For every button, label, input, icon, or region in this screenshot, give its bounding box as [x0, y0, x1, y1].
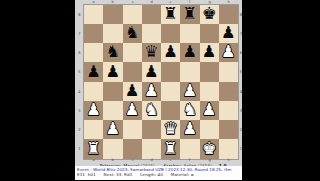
- piece-white-pawn: ♟: [202, 102, 217, 119]
- square-f2: ♟: [180, 120, 199, 139]
- square-h7: ♟: [219, 24, 238, 43]
- square-c6: [123, 43, 142, 62]
- chess-board: ♜♜♚♞♟♞♛♟♟♟♟♟♟♟♟♟♟♟♟♞♞♟♟♛♟♜♜♚: [84, 5, 238, 159]
- rank-label-2: 2: [77, 125, 81, 134]
- rank-label-6: 6: [77, 48, 81, 57]
- file-label-e: e: [166, 1, 175, 3]
- rank-label-7: 7: [240, 29, 242, 38]
- piece-black-queen: ♛: [144, 44, 159, 61]
- square-d7: [142, 24, 161, 43]
- file-label-b: b: [109, 1, 118, 3]
- piece-black-pawn: ♟: [144, 64, 159, 81]
- square-a8: [84, 5, 103, 24]
- piece-black-pawn: ♟: [125, 83, 140, 100]
- video-frame: abcdefgh 87654321 87654321 ♜♜♚♞♟♞♛♟♟♟♟♟♟…: [0, 0, 320, 180]
- piece-black-king: ♚: [202, 6, 217, 23]
- rank-label-8: 8: [240, 10, 242, 19]
- piece-black-pawn: ♟: [182, 44, 197, 61]
- piece-white-pawn: ♟: [221, 44, 236, 61]
- piece-white-pawn: ♟: [125, 102, 140, 119]
- file-label-g: g: [205, 1, 214, 3]
- square-d3: ♞: [142, 101, 161, 120]
- square-f6: ♟: [180, 43, 199, 62]
- file-label-c: c: [128, 1, 137, 3]
- square-e6: ♟: [161, 43, 180, 62]
- square-a6: [84, 43, 103, 62]
- rank-label-2: 2: [240, 125, 242, 134]
- piece-black-pawn: ♟: [105, 64, 120, 81]
- square-h6: ♟: [219, 43, 238, 62]
- square-f1: [180, 139, 199, 158]
- square-e4: [161, 82, 180, 101]
- square-g5: [200, 62, 219, 81]
- square-e1: ♜: [161, 139, 180, 158]
- square-h4: [219, 82, 238, 101]
- square-f3: ♞: [180, 101, 199, 120]
- rank-labels-right: 87654321: [239, 5, 243, 159]
- letterbox-right: [242, 0, 320, 180]
- rank-label-7: 7: [77, 29, 81, 38]
- square-c4: ♟: [123, 82, 142, 101]
- square-b8: [103, 5, 122, 24]
- piece-white-pawn: ♟: [182, 83, 197, 100]
- square-e3: [161, 101, 180, 120]
- rank-label-5: 5: [77, 68, 81, 77]
- square-e7: [161, 24, 180, 43]
- square-f4: ♟: [180, 82, 199, 101]
- square-h2: [219, 120, 238, 139]
- piece-black-knight: ♞: [105, 44, 120, 61]
- rank-labels-left: 87654321: [75, 5, 84, 159]
- rank-label-5: 5: [240, 68, 242, 77]
- info-line: E11 h01 Next: 33. Rd1 Length: 40 Materia…: [77, 172, 242, 177]
- square-g6: ♟: [200, 43, 219, 62]
- square-h1: [219, 139, 238, 158]
- square-d4: ♟: [142, 82, 161, 101]
- rank-label-1: 1: [77, 145, 81, 154]
- square-c1: [123, 139, 142, 158]
- square-c5: [123, 62, 142, 81]
- rank-label-3: 3: [240, 106, 242, 115]
- square-g7: [200, 24, 219, 43]
- square-d8: [142, 5, 161, 24]
- rank-label-3: 3: [77, 106, 81, 115]
- piece-white-knight: ♞: [144, 102, 159, 119]
- square-a1: ♜: [84, 139, 103, 158]
- square-a5: ♟: [84, 62, 103, 81]
- piece-white-pawn: ♟: [182, 121, 197, 138]
- square-e5: [161, 62, 180, 81]
- rank-label-4: 4: [77, 87, 81, 96]
- square-d2: [142, 120, 161, 139]
- square-c8: [123, 5, 142, 24]
- piece-black-pawn: ♟: [202, 44, 217, 61]
- square-b4: [103, 82, 122, 101]
- square-g4: [200, 82, 219, 101]
- square-e8: ♜: [161, 5, 180, 24]
- piece-white-king: ♚: [202, 141, 217, 158]
- square-b7: [103, 24, 122, 43]
- square-c3: ♟: [123, 101, 142, 120]
- piece-black-pawn: ♟: [163, 44, 178, 61]
- square-g1: ♚: [200, 139, 219, 158]
- square-a2: [84, 120, 103, 139]
- square-d6: ♛: [142, 43, 161, 62]
- piece-white-pawn: ♟: [86, 102, 101, 119]
- piece-white-rook: ♜: [86, 141, 101, 158]
- piece-white-knight: ♞: [182, 102, 197, 119]
- piece-black-pawn: ♟: [221, 25, 236, 42]
- square-a3: ♟: [84, 101, 103, 120]
- chess-panel: abcdefgh 87654321 87654321 ♜♜♚♞♟♞♛♟♟♟♟♟♟…: [75, 0, 242, 180]
- piece-black-pawn: ♟: [86, 64, 101, 81]
- square-c7: ♞: [123, 24, 142, 43]
- square-b6: ♞: [103, 43, 122, 62]
- square-b5: ♟: [103, 62, 122, 81]
- square-a4: [84, 82, 103, 101]
- square-a7: [84, 24, 103, 43]
- square-b1: [103, 139, 122, 158]
- piece-white-queen: ♛: [163, 121, 178, 138]
- square-b3: [103, 101, 122, 120]
- square-g3: ♟: [200, 101, 219, 120]
- square-h5: [219, 62, 238, 81]
- info-band: Event : World Blitz 2023, Samarkand UZB …: [75, 166, 242, 181]
- square-f5: [180, 62, 199, 81]
- file-label-h: h: [224, 1, 233, 3]
- square-b2: ♟: [103, 120, 122, 139]
- square-d1: [142, 139, 161, 158]
- piece-white-rook: ♜: [163, 141, 178, 158]
- piece-white-pawn: ♟: [105, 121, 120, 138]
- piece-white-pawn: ♟: [144, 83, 159, 100]
- rank-label-6: 6: [240, 48, 242, 57]
- letterbox-left: [0, 0, 75, 180]
- square-d5: ♟: [142, 62, 161, 81]
- square-c2: [123, 120, 142, 139]
- square-g8: ♚: [200, 5, 219, 24]
- piece-black-rook: ♜: [163, 6, 178, 23]
- file-label-d: d: [147, 1, 156, 3]
- rank-label-8: 8: [77, 10, 81, 19]
- piece-black-rook: ♜: [182, 6, 197, 23]
- file-label-f: f: [186, 1, 195, 3]
- square-f7: [180, 24, 199, 43]
- square-f8: ♜: [180, 5, 199, 24]
- rank-label-1: 1: [240, 145, 242, 154]
- square-e2: ♛: [161, 120, 180, 139]
- file-label-a: a: [89, 1, 98, 3]
- square-g2: [200, 120, 219, 139]
- piece-black-knight: ♞: [125, 25, 140, 42]
- square-h8: [219, 5, 238, 24]
- rank-label-4: 4: [240, 87, 242, 96]
- square-h3: [219, 101, 238, 120]
